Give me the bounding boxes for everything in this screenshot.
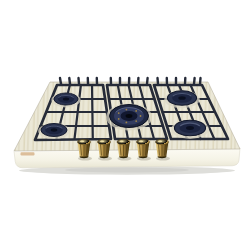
burner-right-rear	[164, 90, 199, 108]
burner-right-front	[171, 120, 209, 139]
burner-left-rear	[51, 93, 80, 108]
canvas	[0, 0, 250, 250]
burner-left-front	[38, 123, 70, 139]
cooktop-photo-svg	[0, 0, 250, 250]
burner-center-wok	[106, 104, 152, 131]
burner-center-hub	[126, 114, 133, 118]
product-photo	[0, 0, 250, 250]
brand-logo	[21, 152, 35, 155]
shadow-inner	[65, 168, 189, 173]
